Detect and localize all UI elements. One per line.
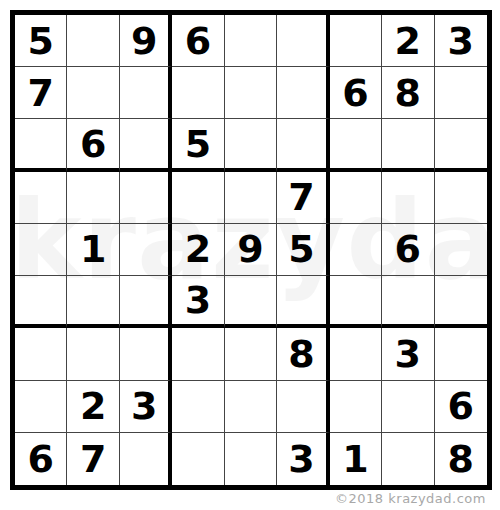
cell-r9c1-given-6: 6 (15, 433, 67, 485)
cell-r5c1 (15, 224, 67, 276)
cell-r2c2 (67, 67, 119, 119)
cell-r9c8 (382, 433, 434, 485)
cell-r6c9 (435, 276, 487, 328)
cell-r1c8-given-2: 2 (382, 15, 434, 67)
cell-r8c4 (172, 381, 224, 433)
cell-r2c1-given-7: 7 (15, 67, 67, 119)
cell-r4c2 (67, 172, 119, 224)
cell-r3c2-given-6: 6 (67, 119, 119, 171)
cell-r8c2-given-2: 2 (67, 381, 119, 433)
cell-r7c7 (330, 328, 382, 380)
cell-r6c2 (67, 276, 119, 328)
cell-r6c3 (120, 276, 172, 328)
cell-r4c1 (15, 172, 67, 224)
sudoku-page: krazydad 596237686571295638323667318 ©20… (0, 0, 500, 510)
cell-r3c3 (120, 119, 172, 171)
cell-r4c6-given-7: 7 (277, 172, 329, 224)
cell-r8c8 (382, 381, 434, 433)
cell-r6c7 (330, 276, 382, 328)
cell-r7c5 (225, 328, 277, 380)
cell-r2c6 (277, 67, 329, 119)
cell-r5c8-given-6: 6 (382, 224, 434, 276)
cell-r4c4 (172, 172, 224, 224)
cell-r7c4 (172, 328, 224, 380)
cell-r1c6 (277, 15, 329, 67)
cell-r4c7 (330, 172, 382, 224)
cell-r4c8 (382, 172, 434, 224)
cell-r3c6 (277, 119, 329, 171)
cell-r4c5 (225, 172, 277, 224)
cell-r9c9-given-8: 8 (435, 433, 487, 485)
cell-r7c1 (15, 328, 67, 380)
cell-r9c7-given-1: 1 (330, 433, 382, 485)
cell-r4c3 (120, 172, 172, 224)
cell-r5c7 (330, 224, 382, 276)
cell-r1c2 (67, 15, 119, 67)
cell-r9c5 (225, 433, 277, 485)
cell-r6c5 (225, 276, 277, 328)
cell-r2c5 (225, 67, 277, 119)
cell-r8c3-given-3: 3 (120, 381, 172, 433)
cell-r3c9 (435, 119, 487, 171)
cell-r1c7 (330, 15, 382, 67)
cell-r6c4-given-3: 3 (172, 276, 224, 328)
cell-r1c3-given-9: 9 (120, 15, 172, 67)
cell-r2c7-given-6: 6 (330, 67, 382, 119)
cell-r2c9 (435, 67, 487, 119)
cell-r9c2-given-7: 7 (67, 433, 119, 485)
cell-r6c6 (277, 276, 329, 328)
copyright-credit: ©2018 krazydad.com (335, 491, 486, 506)
cell-r6c1 (15, 276, 67, 328)
cell-r6c8 (382, 276, 434, 328)
cell-r3c5 (225, 119, 277, 171)
cell-r3c7 (330, 119, 382, 171)
cell-r7c9 (435, 328, 487, 380)
cell-r7c3 (120, 328, 172, 380)
cell-r7c2 (67, 328, 119, 380)
cell-r9c6-given-3: 3 (277, 433, 329, 485)
cell-r5c5-given-9: 9 (225, 224, 277, 276)
sudoku-board: 596237686571295638323667318 (10, 10, 492, 490)
cell-r1c1-given-5: 5 (15, 15, 67, 67)
cell-r7c6-given-8: 8 (277, 328, 329, 380)
cell-r5c4-given-2: 2 (172, 224, 224, 276)
cell-r3c4-given-5: 5 (172, 119, 224, 171)
cell-r1c9-given-3: 3 (435, 15, 487, 67)
cell-r5c2-given-1: 1 (67, 224, 119, 276)
cell-r2c4 (172, 67, 224, 119)
cell-r5c6-given-5: 5 (277, 224, 329, 276)
cell-r8c1 (15, 381, 67, 433)
cell-r8c6 (277, 381, 329, 433)
cell-r1c4-given-6: 6 (172, 15, 224, 67)
cell-r2c8-given-8: 8 (382, 67, 434, 119)
cell-r5c9 (435, 224, 487, 276)
cell-r8c7 (330, 381, 382, 433)
cell-r1c5 (225, 15, 277, 67)
cell-r2c3 (120, 67, 172, 119)
cell-r7c8-given-3: 3 (382, 328, 434, 380)
cell-r3c8 (382, 119, 434, 171)
cell-r4c9 (435, 172, 487, 224)
cell-r3c1 (15, 119, 67, 171)
cell-r5c3 (120, 224, 172, 276)
cell-r9c3 (120, 433, 172, 485)
cell-r8c5 (225, 381, 277, 433)
cell-r9c4 (172, 433, 224, 485)
cell-r8c9-given-6: 6 (435, 381, 487, 433)
